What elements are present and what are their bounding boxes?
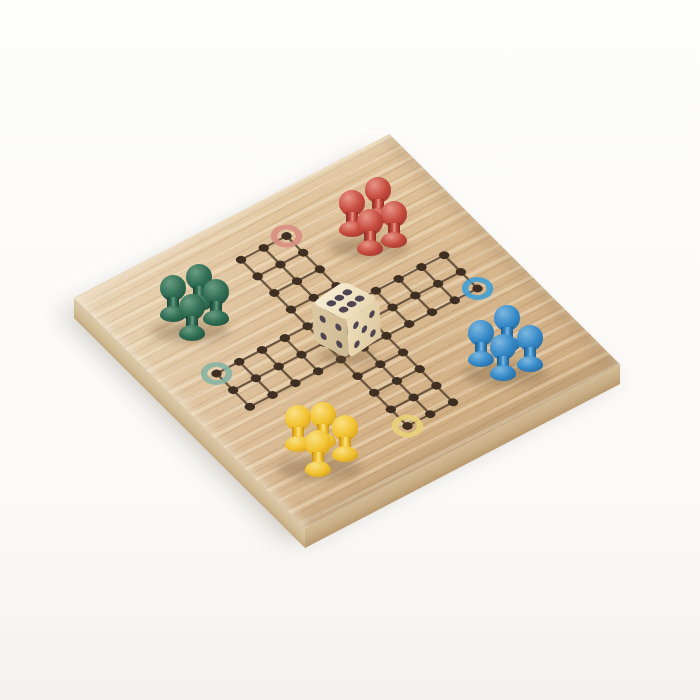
pawn-base: [179, 325, 205, 341]
die-pip: [369, 309, 375, 320]
die-pip: [353, 320, 359, 331]
pawn-base: [305, 461, 331, 477]
pawn-red-4[interactable]: [355, 209, 385, 257]
pawn-base: [332, 446, 358, 462]
die-pip: [345, 300, 358, 308]
die-pip: [325, 300, 338, 308]
die-pip: [319, 314, 325, 324]
pawn-blue-3[interactable]: [515, 325, 545, 373]
die-pip: [335, 322, 341, 332]
pawn-base: [357, 240, 383, 256]
ludo-product-photo: [0, 0, 700, 700]
pawn-yellow-4[interactable]: [303, 430, 333, 478]
pawn-green-4[interactable]: [177, 294, 207, 342]
die-pip: [354, 339, 360, 350]
die-pip: [337, 306, 350, 314]
pawn-blue-4[interactable]: [488, 334, 518, 382]
die-pip: [370, 328, 376, 339]
die-pip: [361, 324, 367, 335]
pawn-yellow-3[interactable]: [330, 415, 360, 463]
pawn-base: [517, 356, 543, 372]
die-pip: [353, 295, 366, 303]
pawn-base: [490, 365, 516, 381]
die-pip: [320, 331, 326, 341]
die-pip: [336, 339, 342, 349]
die-pip: [333, 294, 346, 302]
die-pip: [341, 289, 354, 297]
